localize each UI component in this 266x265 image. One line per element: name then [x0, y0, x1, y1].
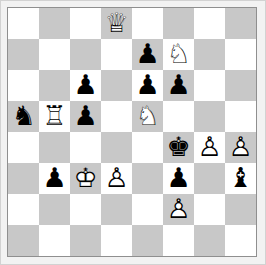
piece-white-king-c3: ♔ [70, 163, 101, 194]
square-e5[interactable]: ♞♘ [132, 101, 163, 132]
square-c3[interactable]: ♚♔ [70, 163, 101, 194]
square-b4[interactable] [39, 132, 70, 163]
square-e4[interactable] [132, 132, 163, 163]
piece-white-rook-b5: ♖ [39, 101, 70, 132]
piece-black-pawn-b3: ♟ [39, 163, 70, 194]
piece-fill-white-pawn-d3: ♟ [101, 163, 132, 194]
square-f8[interactable] [163, 8, 194, 39]
square-g3[interactable] [194, 163, 225, 194]
square-e7[interactable]: ♟ [132, 39, 163, 70]
square-b6[interactable] [39, 70, 70, 101]
square-c1[interactable] [70, 225, 101, 256]
square-d7[interactable] [101, 39, 132, 70]
square-a5[interactable]: ♞ [8, 101, 39, 132]
square-b1[interactable] [39, 225, 70, 256]
square-a7[interactable] [8, 39, 39, 70]
square-a2[interactable] [8, 194, 39, 225]
piece-fill-white-knight-f7: ♞ [163, 39, 194, 70]
square-g7[interactable] [194, 39, 225, 70]
square-h7[interactable] [225, 39, 256, 70]
square-d6[interactable] [101, 70, 132, 101]
piece-fill-white-pawn-h4: ♟ [225, 132, 256, 163]
piece-fill-white-king-c3: ♚ [70, 163, 101, 194]
square-d1[interactable] [101, 225, 132, 256]
piece-black-pawn-f6: ♟ [163, 70, 194, 101]
piece-white-knight-e5: ♘ [132, 101, 163, 132]
square-d2[interactable] [101, 194, 132, 225]
piece-white-pawn-d3: ♙ [101, 163, 132, 194]
square-c6[interactable]: ♟ [70, 70, 101, 101]
square-e6[interactable]: ♟ [132, 70, 163, 101]
piece-fill-white-pawn-f2: ♟ [163, 194, 194, 225]
square-b2[interactable] [39, 194, 70, 225]
square-f5[interactable] [163, 101, 194, 132]
square-g1[interactable] [194, 225, 225, 256]
square-h5[interactable] [225, 101, 256, 132]
square-c4[interactable] [70, 132, 101, 163]
square-g4[interactable]: ♟♙ [194, 132, 225, 163]
piece-black-bishop-h3: ♝ [225, 163, 256, 194]
piece-white-knight-f7: ♘ [163, 39, 194, 70]
piece-white-pawn-f2: ♙ [163, 194, 194, 225]
square-b3[interactable]: ♟ [39, 163, 70, 194]
square-d5[interactable] [101, 101, 132, 132]
square-c5[interactable]: ♟ [70, 101, 101, 132]
piece-white-pawn-h4: ♙ [225, 132, 256, 163]
chess-board: ♛♕♟♞♘♟♟♟♞♜♖♟♞♘♚♟♙♟♙♟♚♔♟♙♟♝♟♙ [7, 7, 257, 257]
square-a4[interactable] [8, 132, 39, 163]
square-c2[interactable] [70, 194, 101, 225]
square-f1[interactable] [163, 225, 194, 256]
piece-fill-white-knight-e5: ♞ [132, 101, 163, 132]
square-f7[interactable]: ♞♘ [163, 39, 194, 70]
piece-black-king-f4: ♚ [163, 132, 194, 163]
square-b5[interactable]: ♜♖ [39, 101, 70, 132]
square-f6[interactable]: ♟ [163, 70, 194, 101]
square-f2[interactable]: ♟♙ [163, 194, 194, 225]
square-c8[interactable] [70, 8, 101, 39]
piece-fill-white-pawn-g4: ♟ [194, 132, 225, 163]
piece-black-pawn-c6: ♟ [70, 70, 101, 101]
piece-fill-white-rook-b5: ♜ [39, 101, 70, 132]
square-f3[interactable]: ♟ [163, 163, 194, 194]
piece-white-pawn-g4: ♙ [194, 132, 225, 163]
piece-black-pawn-f3: ♟ [163, 163, 194, 194]
square-e8[interactable] [132, 8, 163, 39]
square-g8[interactable] [194, 8, 225, 39]
square-h6[interactable] [225, 70, 256, 101]
square-b7[interactable] [39, 39, 70, 70]
piece-white-queen-d8: ♕ [101, 8, 132, 39]
square-d3[interactable]: ♟♙ [101, 163, 132, 194]
piece-fill-white-queen-d8: ♛ [101, 8, 132, 39]
square-a6[interactable] [8, 70, 39, 101]
square-g2[interactable] [194, 194, 225, 225]
piece-black-pawn-c5: ♟ [70, 101, 101, 132]
square-a1[interactable] [8, 225, 39, 256]
square-d4[interactable] [101, 132, 132, 163]
square-e2[interactable] [132, 194, 163, 225]
square-f4[interactable]: ♚ [163, 132, 194, 163]
square-e3[interactable] [132, 163, 163, 194]
chess-diagram: ♛♕♟♞♘♟♟♟♞♜♖♟♞♘♚♟♙♟♙♟♚♔♟♙♟♝♟♙ [0, 0, 266, 265]
square-h1[interactable] [225, 225, 256, 256]
piece-black-pawn-e7: ♟ [132, 39, 163, 70]
square-a3[interactable] [8, 163, 39, 194]
piece-black-pawn-e6: ♟ [132, 70, 163, 101]
square-h4[interactable]: ♟♙ [225, 132, 256, 163]
piece-black-knight-a5: ♞ [8, 101, 39, 132]
square-e1[interactable] [132, 225, 163, 256]
square-h3[interactable]: ♝ [225, 163, 256, 194]
square-a8[interactable] [8, 8, 39, 39]
square-h8[interactable] [225, 8, 256, 39]
square-h2[interactable] [225, 194, 256, 225]
square-c7[interactable] [70, 39, 101, 70]
square-b8[interactable] [39, 8, 70, 39]
square-d8[interactable]: ♛♕ [101, 8, 132, 39]
square-g6[interactable] [194, 70, 225, 101]
square-g5[interactable] [194, 101, 225, 132]
